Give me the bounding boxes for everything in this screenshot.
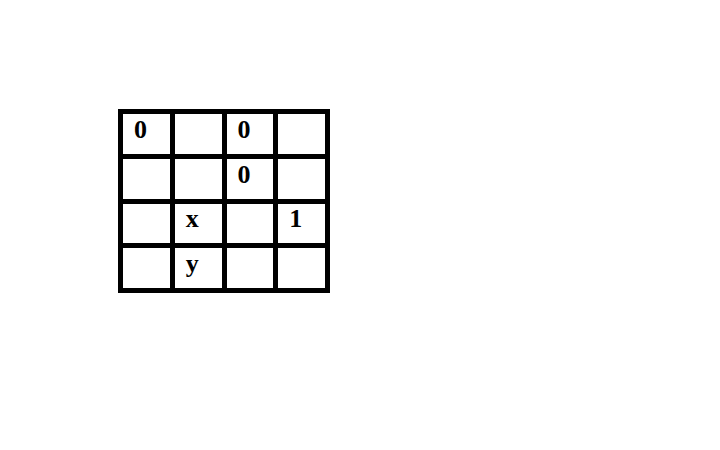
- cell-r0c2: 0: [227, 114, 274, 154]
- cell-r1c1: [175, 159, 222, 199]
- cell-value-r2c3: 1: [289, 206, 302, 232]
- cell-r3c3: [278, 248, 325, 288]
- cell-r2c3: 1: [278, 204, 325, 244]
- cell-r0c0: 0: [123, 114, 170, 154]
- cell-r2c2: [227, 204, 274, 244]
- cell-r1c3: [278, 159, 325, 199]
- cell-r0c3: [278, 114, 325, 154]
- cell-r3c2: [227, 248, 274, 288]
- cell-value-r1c2: 0: [237, 162, 250, 188]
- cell-r2c1: x: [175, 204, 222, 244]
- cell-value-r0c0: 0: [134, 117, 147, 143]
- cell-r1c2: 0: [227, 159, 274, 199]
- puzzle-grid: 0 0 0 x 1 y: [118, 109, 330, 293]
- cell-r3c0: [123, 248, 170, 288]
- cell-value-r2c1: x: [186, 206, 199, 232]
- cell-r3c1: y: [175, 248, 222, 288]
- cell-r2c0: [123, 204, 170, 244]
- cell-r1c0: [123, 159, 170, 199]
- cell-value-r3c1: y: [186, 251, 199, 277]
- cell-r0c1: [175, 114, 222, 154]
- page: 0 0 0 x 1 y: [0, 0, 720, 450]
- cell-value-r0c2: 0: [237, 117, 250, 143]
